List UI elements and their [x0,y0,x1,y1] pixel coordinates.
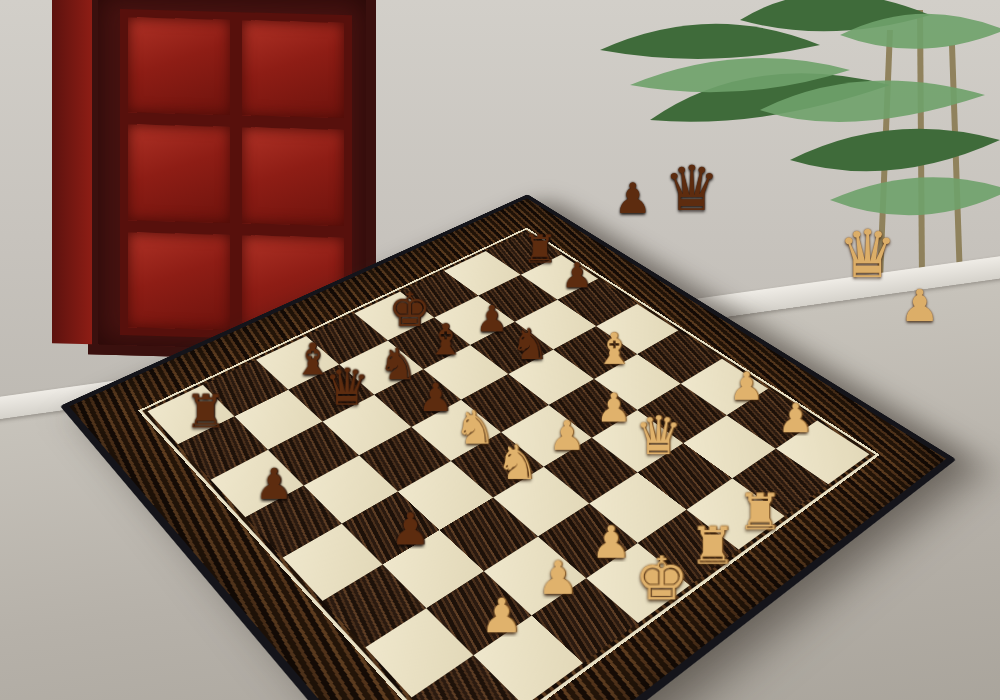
piece-white-knight-d5[interactable]: ♞ [454,404,496,451]
piece-white-pawn-h3[interactable]: ♟ [729,367,764,406]
piece-white-bishop-g5[interactable]: ♝ [595,327,634,370]
piece-black-pawn-b4[interactable]: ♟ [390,507,430,551]
captured-light-pawn[interactable]: ♟ [900,284,939,328]
cabinet-frame [52,0,92,344]
piece-white-queen-f3[interactable]: ♛ [634,409,682,462]
piece-black-queen-c7[interactable]: ♛ [324,362,370,413]
piece-white-pawn-c2[interactable]: ♟ [537,554,578,600]
piece-black-pawn-h7[interactable]: ♟ [561,258,592,293]
square-h4[interactable] [637,331,722,384]
piece-black-rook-h8[interactable]: ♜ [522,229,557,268]
piece-white-knight-d4[interactable]: ♞ [495,438,538,486]
piece-black-pawn-f7[interactable]: ♟ [475,300,508,336]
piece-black-pawn-d6[interactable]: ♟ [418,378,453,417]
piece-black-bishop-e7[interactable]: ♝ [426,318,464,361]
square-g5[interactable]: ♝ [553,326,637,379]
piece-white-rook-f1[interactable]: ♜ [737,486,782,536]
piece-white-pawn-b2[interactable]: ♟ [480,592,523,640]
piece-black-rook-a8[interactable]: ♜ [185,388,226,434]
piece-white-pawn-f4[interactable]: ♟ [596,388,632,428]
spare-dark-queen[interactable]: ♛ [664,158,720,220]
piece-white-pawn-h2[interactable]: ♟ [777,398,813,438]
piece-white-pawn-e4[interactable]: ♟ [548,415,584,456]
cabinet-pane [128,17,230,115]
piece-black-knight-d7[interactable]: ♞ [378,342,417,386]
cabinet-pane [128,232,230,330]
piece-white-rook-e1[interactable]: ♜ [689,520,735,572]
piece-white-king-d1[interactable]: ♚ [634,548,688,608]
piece-white-pawn-d2[interactable]: ♟ [591,519,631,564]
piece-black-knight-f6[interactable]: ♞ [510,323,548,366]
cabinet-pane [242,128,344,226]
cabinet-pane [128,125,230,223]
captured-dark-pawn[interactable]: ♟ [614,178,652,220]
piece-black-king-e8[interactable]: ♚ [388,286,430,333]
piece-black-pawn-a6[interactable]: ♟ [255,462,293,505]
houseplant [590,0,1000,290]
spare-light-queen[interactable]: ♛ [838,222,897,288]
cabinet-pane [242,20,344,118]
photo-scene: ♜♝♚♜♛♞♝♟♟♟♟♞♞♝♟♞♟♟♛♟♟♟♟♟♚♜♜ ♟ ♛ ♛ ♟ [0,0,1000,700]
